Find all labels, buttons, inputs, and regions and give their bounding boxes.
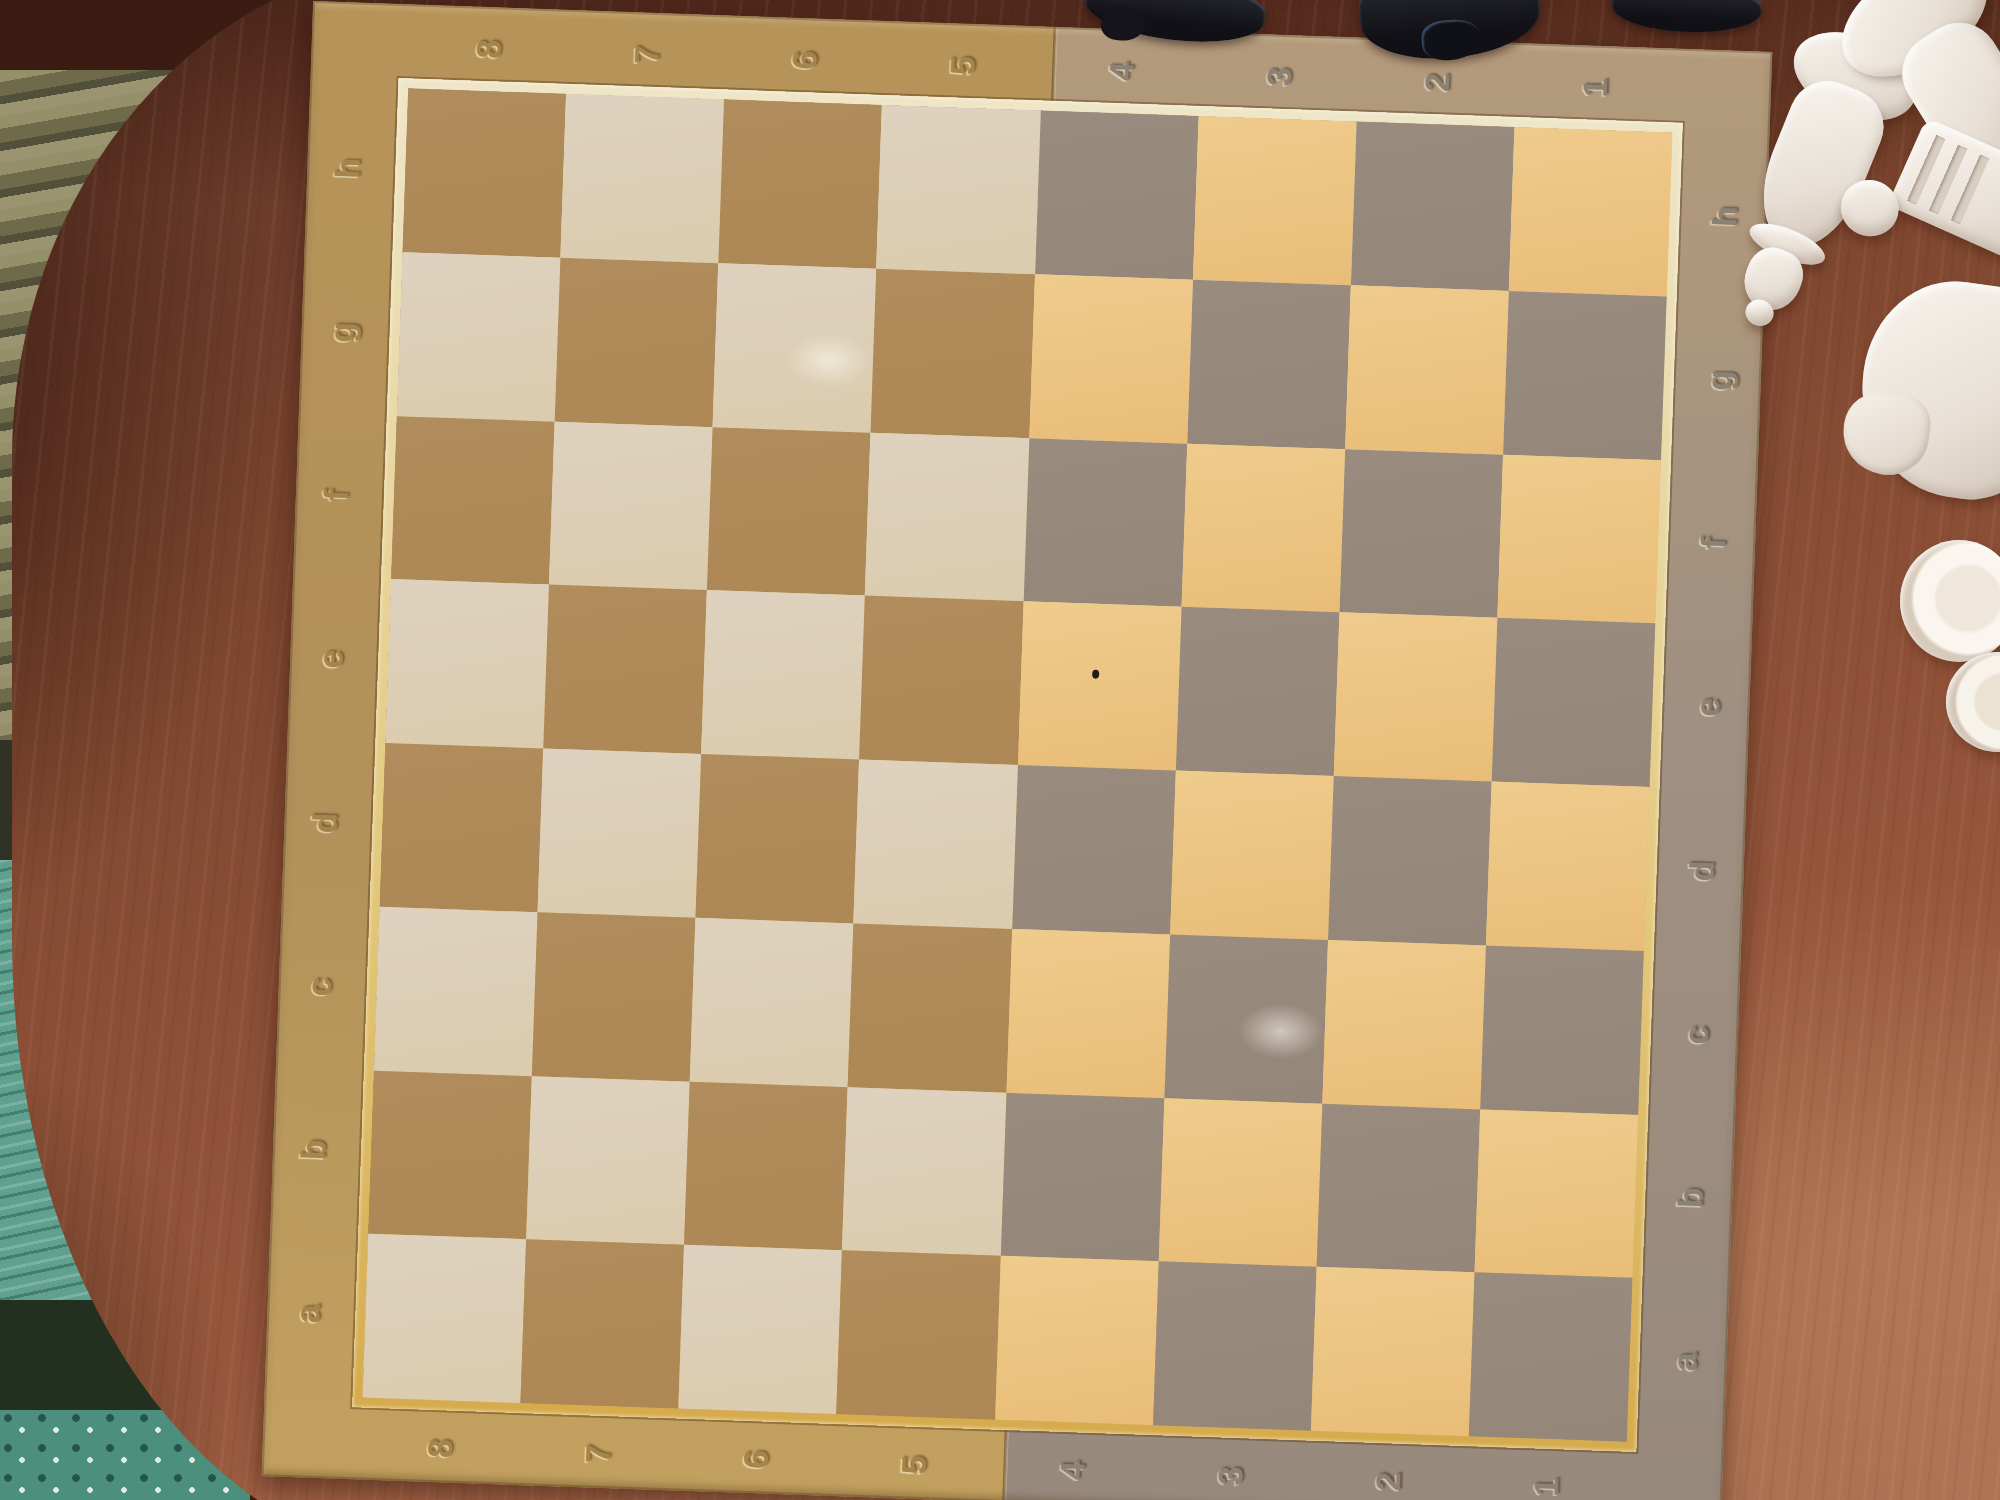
- photo-scene: 8877665544332211hhggffeeddccbbaa: [0, 0, 2000, 1500]
- chess-board: 8877665544332211hhggffeeddccbbaa: [262, 1, 1773, 1500]
- board-outer-bevel: [262, 1, 1773, 1500]
